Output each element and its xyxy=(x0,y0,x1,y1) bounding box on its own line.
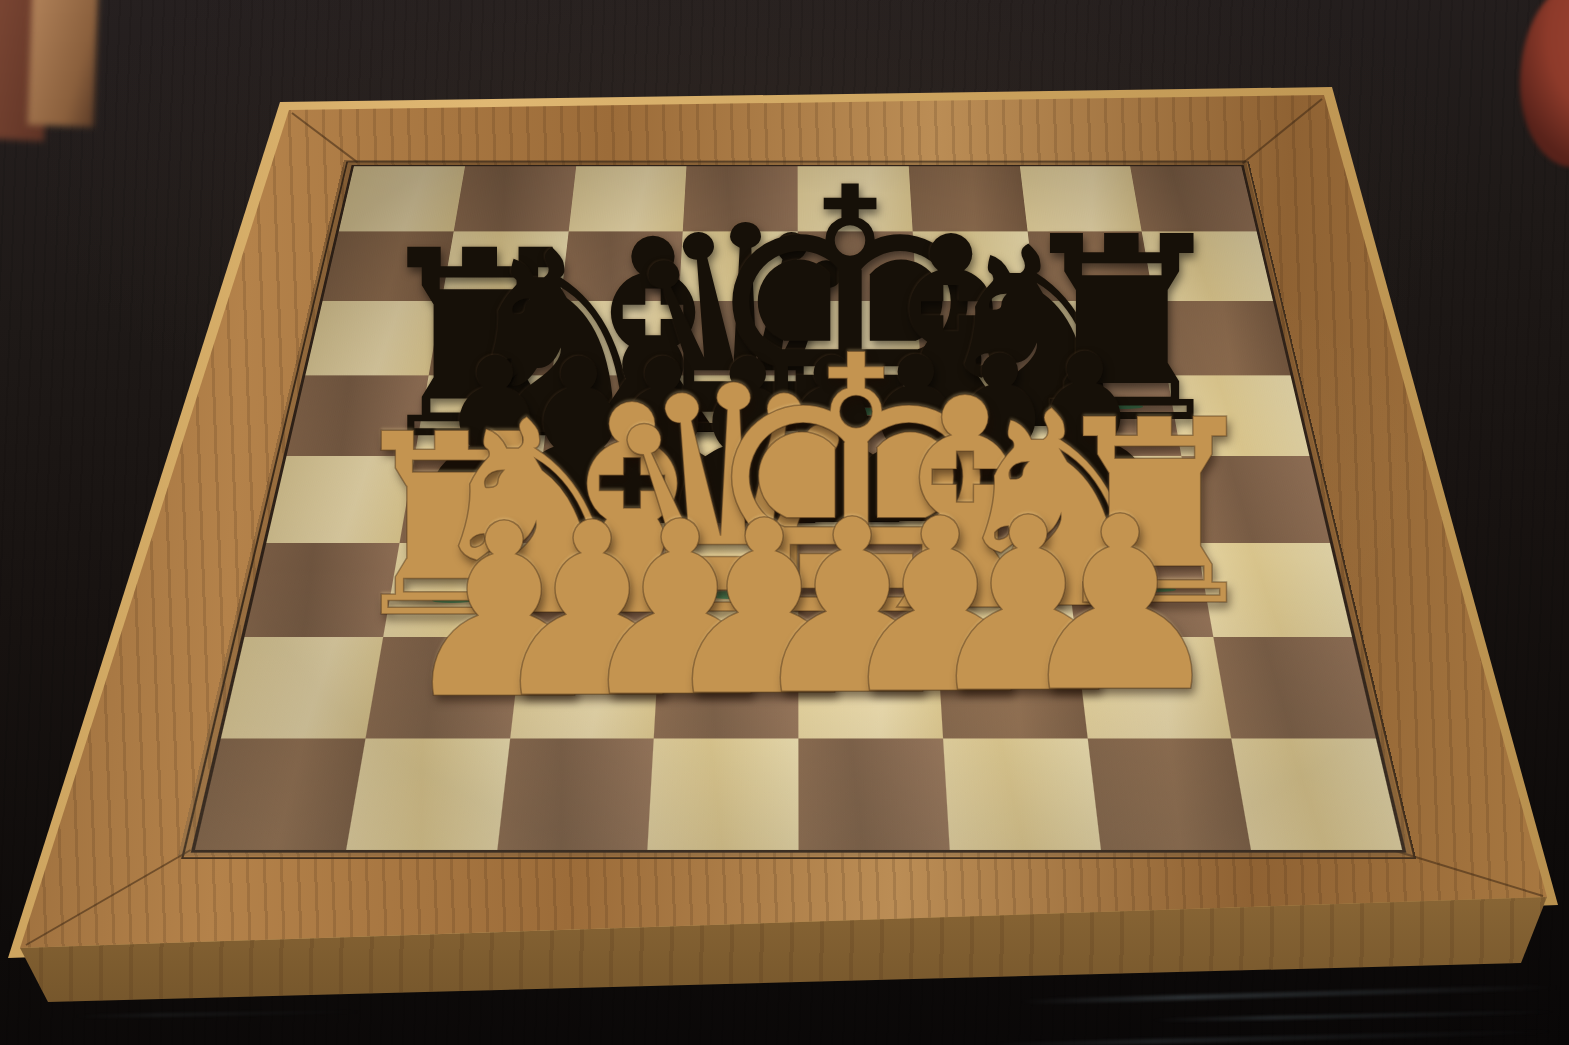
piece-white-pawn: ♟ xyxy=(1012,485,1227,725)
pieces-layer: ♜♞♝♛♚♝♞♜♟♟♟♟♟♟♟♟♜♞♝♛♚♝♞♜♟♟♟♟♟♟♟♟ xyxy=(0,0,1569,1045)
